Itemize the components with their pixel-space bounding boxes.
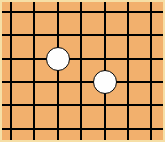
grid-line-horizontal (2, 81, 163, 83)
grid-line-vertical (10, 2, 12, 140)
grid-line-horizontal (2, 58, 163, 60)
grid-line-horizontal (2, 11, 163, 13)
grid-line-vertical (127, 2, 129, 140)
grid-line-vertical (150, 2, 152, 140)
grid-line-horizontal (2, 34, 163, 36)
go-diagram-frame (0, 0, 165, 142)
white-stone[interactable] (93, 70, 117, 94)
go-board[interactable] (2, 2, 163, 140)
grid-line-vertical (33, 2, 35, 140)
grid-line-horizontal (2, 128, 163, 130)
grid-line-horizontal (2, 104, 163, 106)
grid-line-vertical (80, 2, 82, 140)
grid-line-vertical (57, 2, 59, 140)
white-stone[interactable] (46, 47, 70, 71)
